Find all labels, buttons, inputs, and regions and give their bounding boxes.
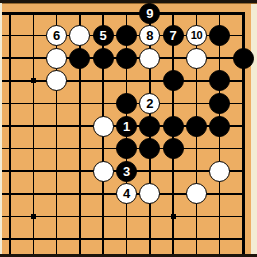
stone-black [116, 93, 137, 114]
stone-black [116, 138, 137, 159]
stone-black [163, 116, 184, 137]
grid-line-h [2, 12, 245, 15]
stone-black [186, 116, 207, 137]
stone-number-label: 4 [123, 187, 130, 200]
stone-number-label: 1 [123, 120, 130, 133]
stone-black-move-7: 7 [163, 25, 184, 46]
stone-white [209, 161, 230, 182]
stone-black [163, 138, 184, 159]
stone-number-label: 8 [146, 29, 153, 42]
stone-black-move-9: 9 [139, 3, 160, 24]
stone-white [93, 161, 114, 182]
stone-black [116, 25, 137, 46]
stone-black [139, 116, 160, 137]
stone-white [46, 48, 67, 69]
grid-line-v [9, 12, 11, 254]
stone-black [116, 48, 137, 69]
stone-number-label: 7 [169, 29, 176, 42]
grid-line-h [2, 238, 245, 240]
stone-black-move-1: 1 [116, 116, 137, 137]
hoshi-point [31, 78, 36, 83]
stone-number-label: 5 [100, 29, 107, 42]
stone-black [233, 48, 254, 69]
bottom-border-strip [0, 254, 257, 257]
hoshi-point [31, 214, 36, 219]
stone-black [209, 116, 230, 137]
stone-number-label: 10 [191, 30, 202, 41]
stone-black [163, 70, 184, 91]
stone-number-label: 9 [146, 7, 153, 20]
go-diagram: 96587102134 [0, 0, 257, 257]
hoshi-point [171, 214, 176, 219]
stone-white [186, 48, 207, 69]
right-margin-strip [251, 4, 257, 254]
stone-black-move-5: 5 [93, 25, 114, 46]
stone-number-label: 3 [123, 165, 130, 178]
stone-number-label: 2 [146, 97, 153, 110]
stone-black-move-3: 3 [116, 161, 137, 182]
grid-line-h [2, 80, 245, 82]
stone-white [139, 48, 160, 69]
stone-black [209, 93, 230, 114]
stone-black [69, 48, 90, 69]
grid-line-h [2, 216, 245, 218]
stone-black [93, 48, 114, 69]
stone-white-move-10: 10 [186, 25, 207, 46]
stone-white [93, 116, 114, 137]
top-border-brown-line [0, 3, 257, 4]
stone-number-label: 6 [53, 29, 60, 42]
